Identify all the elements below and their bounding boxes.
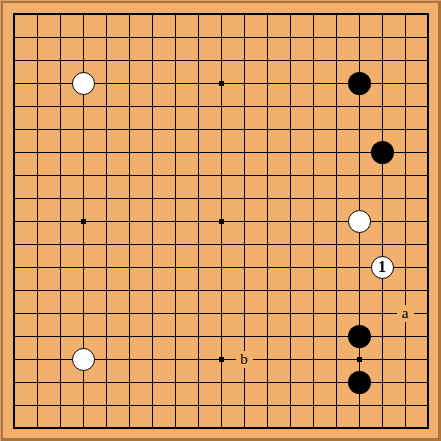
star-point bbox=[357, 357, 362, 362]
star-point bbox=[219, 357, 224, 362]
star-point bbox=[219, 219, 224, 224]
stone-white-Q10[interactable] bbox=[348, 210, 371, 233]
star-point bbox=[219, 81, 224, 86]
move-number: 1 bbox=[378, 259, 386, 275]
star-point bbox=[81, 219, 86, 224]
stone-white-R8-move-1[interactable]: 1 bbox=[371, 256, 394, 279]
go-board: ab1 bbox=[0, 0, 441, 441]
stone-black-Q5[interactable] bbox=[348, 325, 371, 348]
stone-white-D4[interactable] bbox=[72, 348, 95, 371]
stone-black-R13[interactable] bbox=[371, 141, 394, 164]
stone-white-D16[interactable] bbox=[72, 72, 95, 95]
stone-black-Q3[interactable] bbox=[348, 371, 371, 394]
stone-black-Q16[interactable] bbox=[348, 72, 371, 95]
board-grid bbox=[0, 0, 441, 441]
point-label-b[interactable]: b bbox=[236, 351, 253, 368]
point-label-a[interactable]: a bbox=[397, 305, 414, 322]
